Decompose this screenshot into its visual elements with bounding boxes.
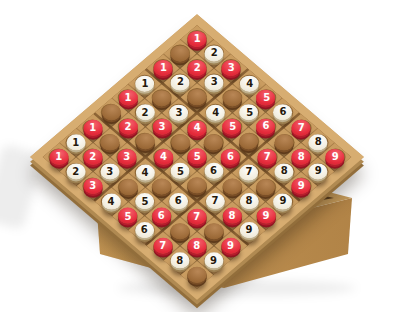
peg-numeral: 8: [298, 152, 305, 162]
peg-numeral: 9: [210, 255, 217, 265]
peg-numeral: 7: [160, 241, 167, 251]
peg-numeral: 3: [89, 181, 96, 191]
peg-numeral: 6: [227, 152, 234, 162]
peg-numeral: 4: [108, 197, 115, 207]
peg-numeral: 7: [194, 212, 201, 222]
peg-numeral: 7: [264, 152, 271, 162]
peg-numeral: 6: [279, 107, 286, 117]
peg-numeral: 3: [123, 152, 130, 162]
peg-numeral: 2: [141, 107, 148, 117]
peg-numeral: 3: [210, 77, 217, 87]
peg-numeral: 5: [125, 211, 132, 221]
peg-numeral: 1: [56, 152, 63, 162]
peg-numeral: 7: [246, 168, 253, 178]
peg-numeral: 9: [331, 152, 338, 162]
peg-numeral: 5: [246, 107, 253, 117]
peg-numeral: 5: [177, 166, 184, 176]
peg-numeral: 1: [125, 93, 132, 103]
peg-numeral: 9: [298, 181, 305, 191]
peg-numeral: 6: [175, 197, 182, 207]
peg-numeral: 6: [263, 122, 270, 132]
peg-numeral: 8: [229, 211, 236, 221]
peg-numeral: 6: [158, 211, 165, 221]
peg-numeral: 7: [298, 123, 305, 133]
peg-numeral: 3: [175, 107, 182, 117]
product-photo-scene: 1232312456564578989789131232465645798978…: [0, 0, 416, 312]
peg-numeral: 4: [212, 107, 219, 117]
peg-numeral: 4: [141, 168, 148, 178]
peg-numeral: 9: [227, 241, 234, 251]
peg-numeral: 6: [210, 166, 217, 176]
peg-numeral: 5: [141, 197, 148, 207]
peg-numeral: 8: [177, 255, 184, 265]
peg-numeral: 9: [262, 211, 269, 221]
peg-numeral: 1: [141, 79, 148, 89]
peg-numeral: 2: [194, 63, 201, 73]
peg-numeral: 1: [89, 123, 96, 133]
peg-numeral: 8: [315, 138, 322, 148]
peg-numeral: 2: [177, 77, 184, 87]
peg-numeral: 5: [262, 93, 269, 103]
peg-numeral: 8: [281, 166, 288, 176]
peg-numeral: 3: [106, 166, 113, 176]
peg-numeral: 8: [194, 241, 201, 251]
peg-numeral: 7: [212, 197, 219, 207]
peg-numeral: 4: [194, 123, 201, 133]
peg-numeral: 6: [141, 225, 148, 235]
peg-numeral: 1: [194, 34, 201, 44]
peg-numeral: 1: [72, 138, 79, 148]
peg-numeral: 4: [246, 79, 253, 89]
peg-numeral: 2: [125, 122, 132, 132]
peg-numeral: 9: [315, 166, 322, 176]
peg-numeral: 2: [210, 48, 217, 58]
peg-numeral: 5: [194, 152, 201, 162]
peg-numeral: 3: [158, 122, 165, 132]
peg-numeral: 5: [229, 122, 236, 132]
peg-numeral: 1: [160, 63, 167, 73]
peg-numeral: 8: [246, 197, 253, 207]
peg-numeral: 3: [227, 63, 234, 73]
peg-numeral: 2: [72, 166, 79, 176]
peg-numeral: 9: [279, 197, 286, 207]
peg-numeral: 9: [246, 225, 253, 235]
peg-numeral: 4: [160, 152, 167, 162]
peg-numeral: 2: [89, 152, 96, 162]
